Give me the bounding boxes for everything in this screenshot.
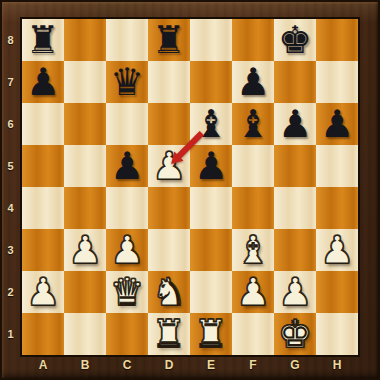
square-g2[interactable]: ♟ <box>274 271 316 313</box>
square-g8[interactable]: ♚ <box>274 19 316 61</box>
square-f8[interactable] <box>232 19 274 61</box>
square-h6[interactable]: ♟ <box>316 103 358 145</box>
square-a7[interactable]: ♟ <box>22 61 64 103</box>
square-c7[interactable]: ♛ <box>106 61 148 103</box>
square-a4[interactable] <box>22 187 64 229</box>
square-c2[interactable]: ♛ <box>106 271 148 313</box>
square-f2[interactable]: ♟ <box>232 271 274 313</box>
square-a1[interactable] <box>22 313 64 355</box>
square-h8[interactable] <box>316 19 358 61</box>
square-d3[interactable] <box>148 229 190 271</box>
square-b8[interactable] <box>64 19 106 61</box>
square-b4[interactable] <box>64 187 106 229</box>
piece-black-rook-d8[interactable]: ♜ <box>148 19 190 61</box>
square-f4[interactable] <box>232 187 274 229</box>
square-e2[interactable] <box>190 271 232 313</box>
piece-black-queen-c7[interactable]: ♛ <box>106 61 148 103</box>
rank-label-6: 6 <box>0 103 21 145</box>
rank-label-8: 8 <box>0 19 21 61</box>
square-e1[interactable]: ♜ <box>190 313 232 355</box>
piece-white-pawn-f2[interactable]: ♟ <box>232 271 274 313</box>
piece-white-pawn-h3[interactable]: ♟ <box>316 229 358 271</box>
square-f5[interactable] <box>232 145 274 187</box>
file-label-e: E <box>190 355 232 378</box>
piece-white-pawn-g2[interactable]: ♟ <box>274 271 316 313</box>
chess-board-frame: ♜♜♚♟♛♟♝♝♟♟♟♟♟♟♟♝♟♟♛♞♟♟♜♜♚ 87654321 ABCDE… <box>0 0 380 380</box>
square-h5[interactable] <box>316 145 358 187</box>
square-h1[interactable] <box>316 313 358 355</box>
square-d5[interactable]: ♟ <box>148 145 190 187</box>
chess-board: ♜♜♚♟♛♟♝♝♟♟♟♟♟♟♟♝♟♟♛♞♟♟♜♜♚ <box>22 19 358 355</box>
square-e6[interactable]: ♝ <box>190 103 232 145</box>
square-h7[interactable] <box>316 61 358 103</box>
square-b3[interactable]: ♟ <box>64 229 106 271</box>
file-label-f: F <box>232 355 274 378</box>
square-b2[interactable] <box>64 271 106 313</box>
square-b1[interactable] <box>64 313 106 355</box>
square-a6[interactable] <box>22 103 64 145</box>
square-d6[interactable] <box>148 103 190 145</box>
square-g1[interactable]: ♚ <box>274 313 316 355</box>
square-g7[interactable] <box>274 61 316 103</box>
file-label-b: B <box>64 355 106 378</box>
square-g4[interactable] <box>274 187 316 229</box>
piece-white-pawn-a2[interactable]: ♟ <box>22 271 64 313</box>
square-h3[interactable]: ♟ <box>316 229 358 271</box>
square-a8[interactable]: ♜ <box>22 19 64 61</box>
square-b6[interactable] <box>64 103 106 145</box>
piece-black-pawn-f7[interactable]: ♟ <box>232 61 274 103</box>
square-f1[interactable] <box>232 313 274 355</box>
square-e4[interactable] <box>190 187 232 229</box>
square-f7[interactable]: ♟ <box>232 61 274 103</box>
square-c3[interactable]: ♟ <box>106 229 148 271</box>
square-h2[interactable] <box>316 271 358 313</box>
piece-white-rook-e1[interactable]: ♜ <box>190 313 232 355</box>
file-label-h: H <box>316 355 358 378</box>
piece-black-bishop-e6[interactable]: ♝ <box>190 103 232 145</box>
rank-label-4: 4 <box>0 187 21 229</box>
file-label-g: G <box>274 355 316 378</box>
square-c6[interactable] <box>106 103 148 145</box>
piece-white-pawn-b3[interactable]: ♟ <box>64 229 106 271</box>
square-b7[interactable] <box>64 61 106 103</box>
square-c8[interactable] <box>106 19 148 61</box>
square-a5[interactable] <box>22 145 64 187</box>
square-c4[interactable] <box>106 187 148 229</box>
file-label-d: D <box>148 355 190 378</box>
piece-black-pawn-c5[interactable]: ♟ <box>106 145 148 187</box>
square-e5[interactable]: ♟ <box>190 145 232 187</box>
square-d1[interactable]: ♜ <box>148 313 190 355</box>
square-d2[interactable]: ♞ <box>148 271 190 313</box>
piece-black-pawn-a7[interactable]: ♟ <box>22 61 64 103</box>
square-e3[interactable] <box>190 229 232 271</box>
piece-white-bishop-f3[interactable]: ♝ <box>232 229 274 271</box>
piece-black-pawn-g6[interactable]: ♟ <box>274 103 316 145</box>
piece-white-knight-d2[interactable]: ♞ <box>148 271 190 313</box>
piece-black-rook-a8[interactable]: ♜ <box>22 19 64 61</box>
piece-white-king-g1[interactable]: ♚ <box>274 313 316 355</box>
piece-white-queen-c2[interactable]: ♛ <box>106 271 148 313</box>
square-g6[interactable]: ♟ <box>274 103 316 145</box>
square-h4[interactable] <box>316 187 358 229</box>
square-b5[interactable] <box>64 145 106 187</box>
square-g5[interactable] <box>274 145 316 187</box>
rank-label-3: 3 <box>0 229 21 271</box>
square-g3[interactable] <box>274 229 316 271</box>
rank-label-2: 2 <box>0 271 21 313</box>
square-a3[interactable] <box>22 229 64 271</box>
piece-white-pawn-c3[interactable]: ♟ <box>106 229 148 271</box>
square-c5[interactable]: ♟ <box>106 145 148 187</box>
piece-black-pawn-e5[interactable]: ♟ <box>190 145 232 187</box>
piece-black-pawn-h6[interactable]: ♟ <box>316 103 358 145</box>
file-label-a: A <box>22 355 64 378</box>
file-label-c: C <box>106 355 148 378</box>
square-d4[interactable] <box>148 187 190 229</box>
rank-label-7: 7 <box>0 61 21 103</box>
piece-white-rook-d1[interactable]: ♜ <box>148 313 190 355</box>
square-f6[interactable]: ♝ <box>232 103 274 145</box>
square-c1[interactable] <box>106 313 148 355</box>
square-d8[interactable]: ♜ <box>148 19 190 61</box>
piece-white-pawn-d5[interactable]: ♟ <box>148 145 190 187</box>
square-e8[interactable] <box>190 19 232 61</box>
rank-label-5: 5 <box>0 145 21 187</box>
piece-black-king-g8[interactable]: ♚ <box>274 19 316 61</box>
square-f3[interactable]: ♝ <box>232 229 274 271</box>
rank-label-1: 1 <box>0 313 21 355</box>
square-a2[interactable]: ♟ <box>22 271 64 313</box>
square-e7[interactable] <box>190 61 232 103</box>
square-d7[interactable] <box>148 61 190 103</box>
piece-black-bishop-f6[interactable]: ♝ <box>232 103 274 145</box>
